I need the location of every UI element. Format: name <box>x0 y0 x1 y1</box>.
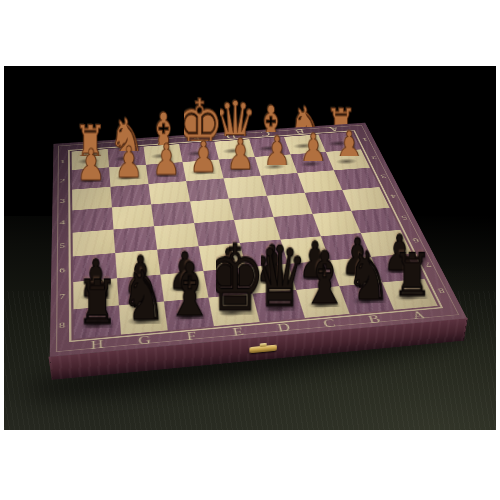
black-pawn-glyph: ♟ <box>255 244 288 283</box>
rank-label-left-2: 2 <box>53 170 72 191</box>
rank-label-left-7: 7 <box>51 282 74 311</box>
black-pawn-glyph: ♟ <box>124 255 158 295</box>
brass-clasp-icon <box>249 345 277 354</box>
rank-label-left-6: 6 <box>51 256 73 283</box>
black-rook-glyph: ♜ <box>392 253 431 299</box>
square-e4 <box>190 199 234 224</box>
black-knight-glyph: ♞ <box>121 270 167 324</box>
rank-label-left-4: 4 <box>52 210 73 234</box>
product-photo: 1234567812345678HGFEDCBAHGFEDCBA ♜♞♝♚♛♝♞… <box>4 66 496 430</box>
black-queen-glyph: ♛ <box>252 246 307 311</box>
rank-label-left-8: 8 <box>50 309 74 341</box>
square-d4 <box>229 196 274 220</box>
black-pawn-glyph: ♟ <box>383 234 416 273</box>
rank-label-left-3: 3 <box>52 190 72 212</box>
rank-label-left-1: 1 <box>53 152 72 172</box>
black-rook-glyph: ♜ <box>77 280 118 328</box>
rank-label-left-5: 5 <box>52 233 73 259</box>
chessboard: 1234567812345678HGFEDCBAHGFEDCBA ♜♞♝♚♛♝♞… <box>50 123 467 357</box>
